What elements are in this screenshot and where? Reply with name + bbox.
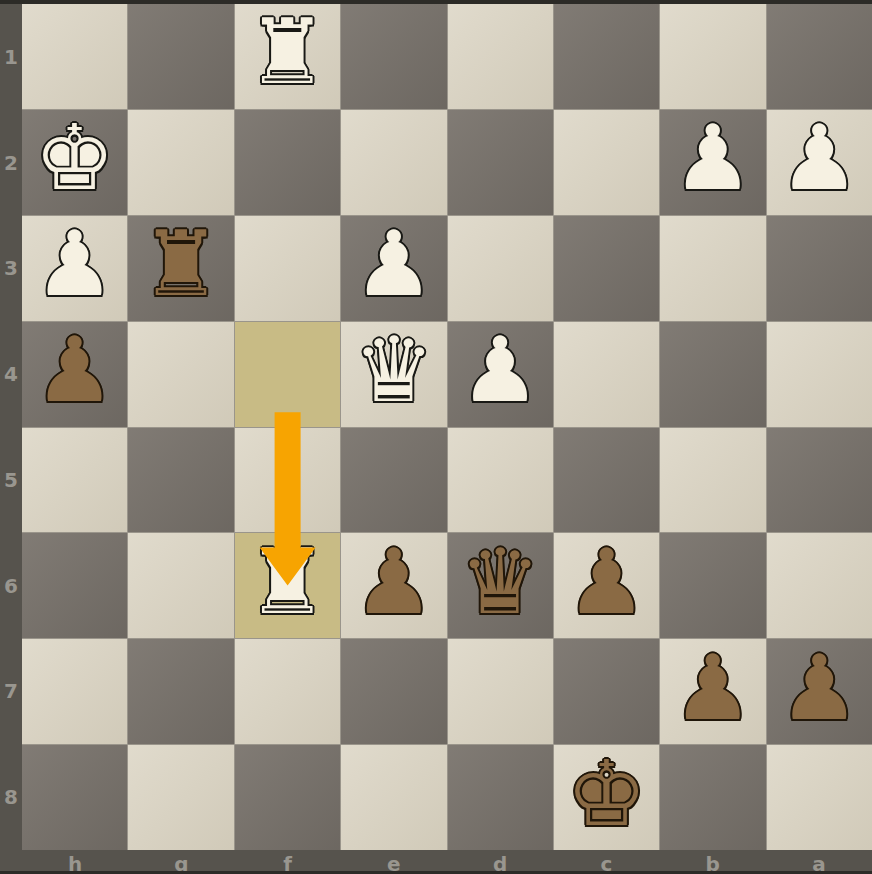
square-b5[interactable] (660, 428, 765, 533)
rank-label-4: 4 (0, 321, 22, 427)
square-e8[interactable] (341, 745, 446, 850)
white-pawn-a2[interactable]: ♟ (779, 113, 860, 203)
square-d2[interactable] (448, 110, 553, 215)
square-h2[interactable]: ♚ (22, 110, 127, 215)
rank-label-6: 6 (0, 533, 22, 639)
white-rook-f1[interactable]: ♜ (247, 7, 328, 97)
black-pawn-b7[interactable]: ♟ (673, 643, 754, 733)
chess-app-frame: 12345678 ♜♚♟♟♟♜♟♟♛♟♜♟♛♟♟♟♚ hgfedcba (0, 0, 872, 874)
square-f4[interactable] (235, 322, 340, 427)
square-d6[interactable]: ♛ (448, 533, 553, 638)
square-g5[interactable] (128, 428, 233, 533)
square-c4[interactable] (554, 322, 659, 427)
square-e4[interactable]: ♛ (341, 322, 446, 427)
white-pawn-d4[interactable]: ♟ (460, 325, 541, 415)
square-e5[interactable] (341, 428, 446, 533)
square-c6[interactable]: ♟ (554, 533, 659, 638)
rank-label-2: 2 (0, 110, 22, 216)
white-rook-f6[interactable]: ♜ (247, 537, 328, 627)
square-g8[interactable] (128, 745, 233, 850)
square-h8[interactable] (22, 745, 127, 850)
square-a7[interactable]: ♟ (767, 639, 872, 744)
black-pawn-a7[interactable]: ♟ (779, 643, 860, 733)
square-b1[interactable] (660, 4, 765, 109)
square-h6[interactable] (22, 533, 127, 638)
white-pawn-b2[interactable]: ♟ (673, 113, 754, 203)
black-pawn-h4[interactable]: ♟ (34, 325, 115, 415)
square-g2[interactable] (128, 110, 233, 215)
square-a4[interactable] (767, 322, 872, 427)
square-a6[interactable] (767, 533, 872, 638)
square-b8[interactable] (660, 745, 765, 850)
square-g3[interactable]: ♜ (128, 216, 233, 321)
square-e7[interactable] (341, 639, 446, 744)
white-king-h2[interactable]: ♚ (34, 113, 115, 203)
white-pawn-h3[interactable]: ♟ (34, 219, 115, 309)
square-h5[interactable] (22, 428, 127, 533)
chess-board[interactable]: ♜♚♟♟♟♜♟♟♛♟♜♟♛♟♟♟♚ (22, 4, 872, 850)
square-f6[interactable]: ♜ (235, 533, 340, 638)
square-f1[interactable]: ♜ (235, 4, 340, 109)
square-b4[interactable] (660, 322, 765, 427)
square-f2[interactable] (235, 110, 340, 215)
square-f8[interactable] (235, 745, 340, 850)
black-pawn-e6[interactable]: ♟ (353, 537, 434, 627)
rank-label-5: 5 (0, 427, 22, 533)
square-b2[interactable]: ♟ (660, 110, 765, 215)
square-g6[interactable] (128, 533, 233, 638)
square-b7[interactable]: ♟ (660, 639, 765, 744)
rank-label-3: 3 (0, 216, 22, 322)
square-e6[interactable]: ♟ (341, 533, 446, 638)
white-pawn-e3[interactable]: ♟ (353, 219, 434, 309)
square-h3[interactable]: ♟ (22, 216, 127, 321)
square-d5[interactable] (448, 428, 553, 533)
black-king-c8[interactable]: ♚ (566, 749, 647, 839)
square-c7[interactable] (554, 639, 659, 744)
square-c8[interactable]: ♚ (554, 745, 659, 850)
white-queen-e4[interactable]: ♛ (353, 325, 434, 415)
black-queen-d6[interactable]: ♛ (460, 537, 541, 627)
square-a1[interactable] (767, 4, 872, 109)
rank-labels: 12345678 (0, 4, 22, 850)
square-d7[interactable] (448, 639, 553, 744)
file-labels: hgfedcba (0, 850, 872, 871)
square-g1[interactable] (128, 4, 233, 109)
square-h1[interactable] (22, 4, 127, 109)
rank-label-1: 1 (0, 4, 22, 110)
square-d4[interactable]: ♟ (448, 322, 553, 427)
rank-label-7: 7 (0, 639, 22, 745)
square-g4[interactable] (128, 322, 233, 427)
square-d1[interactable] (448, 4, 553, 109)
square-d8[interactable] (448, 745, 553, 850)
square-b6[interactable] (660, 533, 765, 638)
square-c3[interactable] (554, 216, 659, 321)
square-h7[interactable] (22, 639, 127, 744)
square-e3[interactable]: ♟ (341, 216, 446, 321)
square-a2[interactable]: ♟ (767, 110, 872, 215)
black-rook-g3[interactable]: ♜ (141, 219, 222, 309)
square-c5[interactable] (554, 428, 659, 533)
black-pawn-c6[interactable]: ♟ (566, 537, 647, 627)
square-a8[interactable] (767, 745, 872, 850)
square-b3[interactable] (660, 216, 765, 321)
square-c2[interactable] (554, 110, 659, 215)
square-e2[interactable] (341, 110, 446, 215)
square-h4[interactable]: ♟ (22, 322, 127, 427)
rank-label-8: 8 (0, 744, 22, 850)
square-c1[interactable] (554, 4, 659, 109)
square-f5[interactable] (235, 428, 340, 533)
square-f3[interactable] (235, 216, 340, 321)
square-a5[interactable] (767, 428, 872, 533)
square-e1[interactable] (341, 4, 446, 109)
square-g7[interactable] (128, 639, 233, 744)
square-d3[interactable] (448, 216, 553, 321)
square-a3[interactable] (767, 216, 872, 321)
square-f7[interactable] (235, 639, 340, 744)
